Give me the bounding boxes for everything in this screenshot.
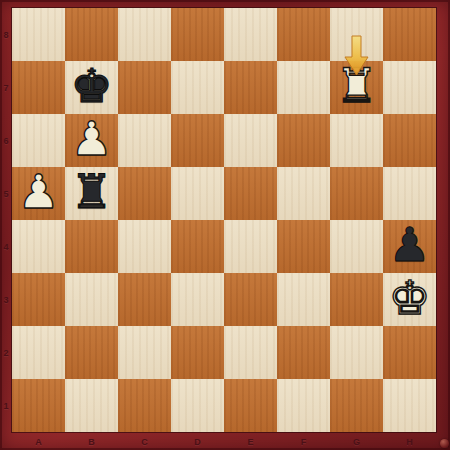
piece-black-king-b7[interactable]: ♚ bbox=[70, 62, 112, 109]
square-b7[interactable]: ♚ bbox=[65, 61, 118, 114]
square-d4[interactable] bbox=[171, 220, 224, 273]
square-b5[interactable]: ♜ bbox=[65, 167, 118, 220]
square-c3[interactable] bbox=[118, 273, 171, 326]
square-e7[interactable] bbox=[224, 61, 277, 114]
chess-board-frame: ♚♜♟♟♜♟♚ 87654321 ABCDEFGH bbox=[0, 0, 450, 450]
square-a1[interactable] bbox=[12, 379, 65, 432]
rank-label-3: 3 bbox=[0, 273, 12, 326]
square-c1[interactable] bbox=[118, 379, 171, 432]
square-e5[interactable] bbox=[224, 167, 277, 220]
square-f3[interactable] bbox=[277, 273, 330, 326]
file-label-a: A bbox=[12, 433, 65, 450]
square-d7[interactable] bbox=[171, 61, 224, 114]
file-label-g: G bbox=[330, 433, 383, 450]
square-f1[interactable] bbox=[277, 379, 330, 432]
square-d8[interactable] bbox=[171, 8, 224, 61]
square-d1[interactable] bbox=[171, 379, 224, 432]
square-c5[interactable] bbox=[118, 167, 171, 220]
frame-screw-decoration bbox=[440, 439, 449, 448]
square-b3[interactable] bbox=[65, 273, 118, 326]
square-d5[interactable] bbox=[171, 167, 224, 220]
square-c7[interactable] bbox=[118, 61, 171, 114]
square-d6[interactable] bbox=[171, 114, 224, 167]
square-g3[interactable] bbox=[330, 273, 383, 326]
file-label-c: C bbox=[118, 433, 171, 450]
square-a6[interactable] bbox=[12, 114, 65, 167]
square-c6[interactable] bbox=[118, 114, 171, 167]
square-h2[interactable] bbox=[383, 326, 436, 379]
file-label-b: B bbox=[65, 433, 118, 450]
square-f4[interactable] bbox=[277, 220, 330, 273]
file-label-f: F bbox=[277, 433, 330, 450]
square-e2[interactable] bbox=[224, 326, 277, 379]
piece-white-king-h3[interactable]: ♚ bbox=[388, 274, 430, 321]
piece-white-pawn-a5[interactable]: ♟ bbox=[17, 168, 59, 215]
square-c4[interactable] bbox=[118, 220, 171, 273]
piece-white-rook-g7[interactable]: ♜ bbox=[335, 62, 377, 109]
piece-white-pawn-b6[interactable]: ♟ bbox=[70, 115, 112, 162]
square-a5[interactable]: ♟ bbox=[12, 167, 65, 220]
rank-label-7: 7 bbox=[0, 61, 12, 114]
square-f6[interactable] bbox=[277, 114, 330, 167]
square-f7[interactable] bbox=[277, 61, 330, 114]
square-a3[interactable] bbox=[12, 273, 65, 326]
square-h4[interactable]: ♟ bbox=[383, 220, 436, 273]
square-a2[interactable] bbox=[12, 326, 65, 379]
chess-board[interactable]: ♚♜♟♟♜♟♚ bbox=[12, 8, 436, 432]
square-b1[interactable] bbox=[65, 379, 118, 432]
square-g5[interactable] bbox=[330, 167, 383, 220]
square-g2[interactable] bbox=[330, 326, 383, 379]
square-e6[interactable] bbox=[224, 114, 277, 167]
piece-black-rook-b5[interactable]: ♜ bbox=[70, 168, 112, 215]
square-h1[interactable] bbox=[383, 379, 436, 432]
square-e8[interactable] bbox=[224, 8, 277, 61]
square-h5[interactable] bbox=[383, 167, 436, 220]
square-g6[interactable] bbox=[330, 114, 383, 167]
square-b8[interactable] bbox=[65, 8, 118, 61]
square-h3[interactable]: ♚ bbox=[383, 273, 436, 326]
square-b2[interactable] bbox=[65, 326, 118, 379]
square-e3[interactable] bbox=[224, 273, 277, 326]
square-c8[interactable] bbox=[118, 8, 171, 61]
square-h7[interactable] bbox=[383, 61, 436, 114]
rank-label-1: 1 bbox=[0, 379, 12, 432]
file-label-e: E bbox=[224, 433, 277, 450]
square-h8[interactable] bbox=[383, 8, 436, 61]
square-a7[interactable] bbox=[12, 61, 65, 114]
square-g1[interactable] bbox=[330, 379, 383, 432]
rank-label-6: 6 bbox=[0, 114, 12, 167]
square-d3[interactable] bbox=[171, 273, 224, 326]
square-g7[interactable]: ♜ bbox=[330, 61, 383, 114]
rank-label-5: 5 bbox=[0, 167, 12, 220]
square-c2[interactable] bbox=[118, 326, 171, 379]
rank-label-8: 8 bbox=[0, 8, 12, 61]
square-f2[interactable] bbox=[277, 326, 330, 379]
piece-black-pawn-h4[interactable]: ♟ bbox=[388, 221, 430, 268]
square-d2[interactable] bbox=[171, 326, 224, 379]
square-e4[interactable] bbox=[224, 220, 277, 273]
rank-label-4: 4 bbox=[0, 220, 12, 273]
square-f5[interactable] bbox=[277, 167, 330, 220]
square-g8[interactable] bbox=[330, 8, 383, 61]
square-e1[interactable] bbox=[224, 379, 277, 432]
square-a4[interactable] bbox=[12, 220, 65, 273]
square-f8[interactable] bbox=[277, 8, 330, 61]
square-a8[interactable] bbox=[12, 8, 65, 61]
square-g4[interactable] bbox=[330, 220, 383, 273]
file-label-d: D bbox=[171, 433, 224, 450]
file-label-h: H bbox=[383, 433, 436, 450]
square-b6[interactable]: ♟ bbox=[65, 114, 118, 167]
square-b4[interactable] bbox=[65, 220, 118, 273]
square-h6[interactable] bbox=[383, 114, 436, 167]
rank-label-2: 2 bbox=[0, 326, 12, 379]
